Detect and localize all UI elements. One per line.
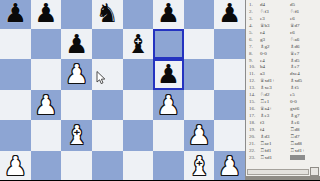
white-move[interactable]: a3 [260, 71, 290, 78]
black-move[interactable]: ♖d7 [290, 134, 320, 141]
move-number: 15. [246, 99, 260, 106]
white-move[interactable]: e3 [260, 16, 290, 23]
white-move[interactable]: ♗e3 [260, 113, 290, 120]
square-h3[interactable] [214, 120, 245, 151]
white-move[interactable]: e4 [260, 58, 290, 65]
move-row: 22.♖fd1♖xd1+ [246, 148, 320, 155]
selected-move-cursor[interactable] [290, 155, 305, 160]
move-list: 1.d4d52.♘f3♘f63.e3e64.♕b3♕d75.c4c66.g3♘a… [246, 2, 320, 162]
square-e3[interactable] [123, 120, 154, 151]
move-number: 7. [246, 44, 260, 51]
square-g7[interactable] [184, 0, 215, 29]
black-move[interactable]: 0-0 [290, 99, 320, 106]
square-f6[interactable] [153, 29, 184, 60]
square-a6[interactable] [0, 29, 31, 60]
move-row: 23.♖xd1 [246, 155, 320, 162]
black-move[interactable]: d5 [290, 2, 320, 9]
square-d6[interactable] [92, 29, 123, 60]
black-bishop-icon[interactable]: ♝ [126, 31, 149, 57]
black-move[interactable]: ♗xd5 [290, 78, 320, 85]
move-row: 1.d4d5 [246, 2, 320, 9]
square-b6[interactable] [31, 29, 62, 60]
move-number: 9. [246, 58, 260, 65]
black-move[interactable]: ♗e7 [290, 64, 320, 71]
white-move[interactable]: ♗d3 [260, 134, 290, 141]
move-number: 5. [246, 30, 260, 37]
square-h6[interactable] [214, 29, 245, 60]
move-row: 14.♘d2e5 [246, 92, 320, 99]
white-move[interactable]: ♖e1 [260, 99, 290, 106]
square-h4[interactable] [214, 90, 245, 121]
move-row: 2.♘f3♘f6 [246, 9, 320, 16]
square-f5[interactable]: ♟ [153, 59, 184, 90]
move-number: 14. [246, 92, 260, 99]
white-pawn-icon[interactable]: ♟ [65, 61, 88, 87]
move-row: 5.c4c6 [246, 30, 320, 37]
move-number: 3. [246, 16, 260, 23]
white-move[interactable]: ♕a4+ [260, 106, 290, 113]
black-move[interactable]: gxf6 [290, 106, 320, 113]
square-d2[interactable] [92, 151, 123, 181]
black-move[interactable]: dxe4 [290, 71, 320, 78]
white-move[interactable]: ♘f3 [260, 9, 290, 16]
move-number: 4. [246, 23, 260, 30]
move-row: 17.♗e3♗g7 [246, 113, 320, 120]
square-e2[interactable] [123, 151, 154, 181]
square-b4[interactable]: ♟ [31, 90, 62, 121]
square-d4[interactable] [92, 90, 123, 121]
white-move[interactable]: g3 [260, 37, 290, 44]
white-pawn-icon[interactable]: ♟ [34, 92, 57, 118]
move-number: 10. [246, 64, 260, 71]
white-move[interactable]: ♘d2 [260, 92, 290, 99]
white-move[interactable]: 0-0 [260, 51, 290, 58]
move-number: 22. [246, 148, 260, 155]
move-row: 7.♗g2♗d6 [246, 44, 320, 51]
black-move[interactable]: ♗g7 [290, 113, 320, 120]
move-row: 15.♖e10-0 [246, 99, 320, 106]
black-knight-icon[interactable]: ♞ [96, 0, 119, 26]
move-row: 9.e4♗d5 [246, 58, 320, 65]
black-move[interactable]: ♗f5 [290, 85, 320, 92]
square-c3[interactable]: ♝ [61, 120, 92, 151]
black-pawn-icon[interactable]: ♟ [65, 31, 88, 57]
white-pawn-icon[interactable]: ♟ [218, 153, 241, 179]
move-row: 4.♕b3♕d7 [246, 23, 320, 30]
chess-board: ♟♟♞♟♟♟♝♟♟♟♟♝♟♟♝♟ [0, 0, 245, 180]
black-move[interactable]: e5 [290, 92, 320, 99]
square-c6[interactable]: ♟ [61, 29, 92, 60]
white-bishop-icon[interactable]: ♝ [65, 122, 88, 148]
horizontal-scrollbar[interactable] [247, 169, 309, 175]
white-pawn-icon[interactable]: ♟ [157, 92, 180, 118]
square-a7[interactable]: ♟ [0, 0, 31, 29]
square-g3[interactable]: ♟ [184, 120, 215, 151]
square-g4[interactable] [184, 90, 215, 121]
square-c7[interactable] [61, 0, 92, 29]
black-pawn-icon[interactable]: ♟ [34, 0, 57, 26]
black-pawn-icon[interactable]: ♟ [157, 61, 180, 87]
move-number: 12. [246, 78, 260, 85]
white-move[interactable]: b4 [260, 64, 290, 71]
square-c5[interactable]: ♟ [61, 59, 92, 90]
square-a3[interactable] [0, 120, 31, 151]
square-d7[interactable]: ♞ [92, 0, 123, 29]
white-move[interactable]: ♗xe3 [260, 85, 290, 92]
square-f3[interactable] [153, 120, 184, 151]
white-move[interactable]: ♖ac1 [260, 141, 290, 148]
black-move[interactable]: ♗d6 [290, 44, 320, 51]
move-row: 11.a3dxe4 [246, 71, 320, 78]
move-row: 19.f4♖d8 [246, 127, 320, 134]
white-move[interactable]: c4 [260, 30, 290, 37]
white-move[interactable]: ♗g2 [260, 44, 290, 51]
move-row: 20.♗d3♖d7 [246, 134, 320, 141]
white-move[interactable]: ♖fd1 [260, 148, 290, 155]
move-number: 6. [246, 37, 260, 44]
square-c4[interactable] [61, 90, 92, 121]
move-row: 13.♗xe3♗f5 [246, 85, 320, 92]
square-a4[interactable] [0, 90, 31, 121]
square-g2[interactable]: ♝ [184, 151, 215, 181]
white-bishop-icon[interactable]: ♝ [187, 153, 210, 179]
black-move[interactable]: ♕d7 [290, 23, 320, 30]
square-e7[interactable] [123, 0, 154, 29]
square-e5[interactable] [123, 59, 154, 90]
move-row: 18.f3♗e6 [246, 120, 320, 127]
square-b5[interactable] [31, 59, 62, 90]
black-pawn-icon[interactable]: ♟ [4, 0, 27, 26]
square-d3[interactable] [92, 120, 123, 151]
mouse-cursor-icon [96, 71, 106, 85]
move-number: 23. [246, 155, 260, 162]
move-number: 16. [246, 106, 260, 113]
move-number: 18. [246, 120, 260, 127]
white-move[interactable]: f4 [260, 127, 290, 134]
black-move[interactable]: ♘a6 [290, 37, 320, 44]
move-number: 11. [246, 71, 260, 78]
square-a2[interactable]: ♟ [0, 151, 31, 181]
black-move[interactable]: ♖xd1+ [290, 148, 320, 155]
move-row: 3.e3e6 [246, 16, 320, 23]
square-a5[interactable] [0, 59, 31, 90]
move-list-panel: 1.d4d52.♘f3♘f63.e3e64.♕b3♕d75.c4c66.g3♘a… [245, 0, 320, 180]
move-row: 10.b4♗e7 [246, 64, 320, 71]
square-h2[interactable]: ♟ [214, 151, 245, 181]
move-number: 19. [246, 127, 260, 134]
move-number: 1. [246, 2, 260, 9]
black-pawn-icon[interactable]: ♟ [157, 0, 180, 26]
panel-bottom-edge [246, 176, 320, 180]
move-number: 8. [246, 51, 260, 58]
move-row: 16.♕a4+gxf6 [246, 106, 320, 113]
move-row: 12.♕xd1+♗xd5 [246, 78, 320, 85]
move-number: 2. [246, 9, 260, 16]
black-move[interactable]: ♖ad8 [290, 141, 320, 148]
black-move[interactable]: ♕e7 [290, 51, 320, 58]
black-pawn-icon[interactable]: ♟ [218, 0, 241, 26]
white-pawn-icon[interactable]: ♟ [4, 153, 27, 179]
square-b2[interactable] [31, 151, 62, 181]
chess-app-frame: ♟♟♞♟♟♟♝♟♟♟♟♝♟♟♝♟ 1.d4d52.♘f3♘f63.e3e64.♕… [0, 0, 320, 180]
white-pawn-icon[interactable]: ♟ [187, 122, 210, 148]
square-g6[interactable] [184, 29, 215, 60]
white-move[interactable]: ♕xd1+ [260, 78, 290, 85]
black-move[interactable] [290, 155, 320, 162]
black-move[interactable]: c6 [290, 30, 320, 37]
move-row: 21.♖ac1♖ad8 [246, 141, 320, 148]
square-g5[interactable] [184, 59, 215, 90]
square-b3[interactable] [31, 120, 62, 151]
square-h7[interactable]: ♟ [214, 0, 245, 29]
square-f2[interactable] [153, 151, 184, 181]
black-move[interactable]: ♗e6 [290, 120, 320, 127]
square-e6[interactable]: ♝ [123, 29, 154, 60]
move-number: 13. [246, 85, 260, 92]
move-number: 20. [246, 134, 260, 141]
square-c2[interactable] [61, 151, 92, 181]
move-row: 8.0-0♕e7 [246, 51, 320, 58]
square-b7[interactable]: ♟ [31, 0, 62, 29]
scrollbar-corner-button[interactable] [310, 167, 319, 176]
move-row: 6.g3♘a6 [246, 37, 320, 44]
square-h5[interactable] [214, 59, 245, 90]
black-move[interactable]: ♗d5 [290, 58, 320, 65]
white-move[interactable]: ♖xd1 [260, 155, 290, 162]
move-number: 17. [246, 113, 260, 120]
white-move[interactable]: f3 [260, 120, 290, 127]
square-e4[interactable] [123, 90, 154, 121]
square-f4[interactable]: ♟ [153, 90, 184, 121]
black-move[interactable]: ♘f6 [290, 9, 320, 16]
square-f7[interactable]: ♟ [153, 0, 184, 29]
white-move[interactable]: ♕b3 [260, 23, 290, 30]
black-move[interactable]: e6 [290, 16, 320, 23]
white-move[interactable]: d4 [260, 2, 290, 9]
move-number: 21. [246, 141, 260, 148]
black-move[interactable]: ♖d8 [290, 127, 320, 134]
